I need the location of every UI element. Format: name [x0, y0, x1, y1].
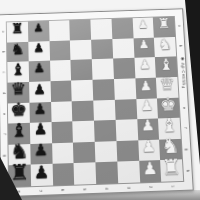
piece-black-bishop[interactable]: ♝ — [10, 121, 28, 140]
piece-black-pawn[interactable]: ♟ — [33, 62, 45, 75]
square-g3[interactable] — [116, 140, 138, 162]
square-d7[interactable]: ♟ — [29, 81, 51, 102]
square-d6[interactable] — [50, 80, 72, 101]
piece-white-rook[interactable]: ♜ — [157, 17, 170, 31]
piece-white-knight[interactable]: ♞ — [158, 37, 172, 52]
square-c3[interactable] — [113, 58, 135, 79]
piece-black-knight[interactable]: ♞ — [11, 42, 25, 57]
brand-mark: ◉ A4-CHESS — [180, 56, 187, 85]
square-g6[interactable] — [52, 142, 74, 164]
square-f3[interactable] — [115, 119, 137, 141]
rank-label: 5 — [82, 178, 89, 200]
piece-white-knight[interactable]: ♞ — [161, 136, 180, 157]
square-b6[interactable] — [49, 40, 71, 61]
board-frame: ♜♟♟♜♞♟♟♞♝♟♟♝♛♟♟♛♚♟♟♚♝♟♟♝♞♟♟♞♜♟♟♜ 8765432… — [0, 8, 194, 197]
square-a3[interactable] — [111, 18, 133, 39]
square-b2[interactable]: ♟ — [133, 37, 155, 58]
square-c6[interactable] — [50, 60, 72, 81]
piece-black-pawn[interactable]: ♟ — [34, 122, 48, 137]
piece-white-pawn[interactable]: ♟ — [138, 39, 149, 51]
square-e5[interactable] — [72, 100, 94, 121]
square-d3[interactable] — [114, 78, 136, 99]
square-e6[interactable] — [51, 101, 73, 122]
piece-white-king[interactable]: ♚ — [160, 96, 177, 114]
piece-white-bishop[interactable]: ♝ — [160, 116, 178, 135]
piece-black-pawn[interactable]: ♟ — [33, 102, 46, 116]
square-b7[interactable]: ♟ — [28, 41, 50, 62]
board-perspective-wrap: ♜♟♟♜♞♟♟♞♝♟♟♝♛♟♟♛♚♟♟♚♝♟♟♝♞♟♟♞♜♟♟♜ 8765432… — [0, 8, 194, 197]
piece-black-pawn[interactable]: ♟ — [33, 42, 44, 54]
piece-white-bishop[interactable]: ♝ — [158, 56, 173, 72]
brand-circle-logo: ◉ — [180, 56, 185, 61]
piece-white-pawn[interactable]: ♟ — [142, 160, 158, 177]
piece-white-rook[interactable]: ♜ — [161, 157, 181, 179]
square-a6[interactable] — [49, 20, 70, 41]
square-b5[interactable] — [70, 39, 92, 60]
piece-black-pawn[interactable]: ♟ — [34, 143, 49, 159]
square-c4[interactable] — [92, 59, 114, 80]
piece-black-rook[interactable]: ♜ — [11, 22, 24, 36]
piece-white-pawn[interactable]: ♟ — [141, 139, 156, 155]
square-f4[interactable] — [94, 120, 116, 142]
piece-white-pawn[interactable]: ♟ — [138, 19, 149, 30]
square-d4[interactable] — [93, 79, 115, 100]
square-a7[interactable]: ♟ — [28, 21, 49, 42]
rank-label: 2 — [148, 176, 155, 198]
square-c5[interactable] — [71, 59, 93, 80]
rank-label: 3 — [126, 177, 133, 199]
piece-white-pawn[interactable]: ♟ — [141, 119, 155, 134]
square-g4[interactable] — [95, 141, 117, 163]
rank-label: 4 — [104, 178, 111, 200]
rank-label: 6 — [60, 179, 67, 200]
piece-white-pawn[interactable]: ♟ — [139, 59, 151, 72]
piece-black-pawn[interactable]: ♟ — [33, 82, 46, 96]
piece-white-pawn[interactable]: ♟ — [140, 99, 154, 113]
square-f6[interactable] — [51, 121, 73, 143]
piece-black-king[interactable]: ♚ — [10, 101, 27, 119]
piece-black-knight[interactable]: ♞ — [10, 141, 29, 162]
square-a5[interactable] — [69, 20, 91, 41]
square-g5[interactable] — [73, 142, 95, 164]
piece-white-queen[interactable]: ♛ — [159, 76, 175, 93]
rank-label: 7 — [38, 180, 44, 200]
square-b3[interactable] — [112, 38, 134, 59]
square-c7[interactable]: ♟ — [28, 61, 50, 82]
file-label: b — [170, 43, 191, 49]
file-label: a — [169, 23, 190, 29]
square-a4[interactable] — [90, 19, 112, 40]
square-e4[interactable] — [93, 99, 115, 120]
piece-black-pawn[interactable]: ♟ — [33, 23, 43, 34]
square-e3[interactable] — [115, 99, 137, 120]
piece-white-pawn[interactable]: ♟ — [139, 78, 152, 92]
piece-black-pawn[interactable]: ♟ — [34, 164, 50, 181]
piece-black-queen[interactable]: ♛ — [10, 81, 26, 98]
square-a2[interactable]: ♟ — [132, 18, 154, 39]
board-grid: ♜♟♟♜♞♟♟♞♝♟♟♝♛♟♟♛♚♟♟♚♝♟♟♝♞♟♟♞♜♟♟♜ — [6, 16, 184, 188]
square-h1[interactable]: ♜ — [160, 160, 183, 182]
piece-black-bishop[interactable]: ♝ — [11, 61, 26, 77]
square-d2[interactable]: ♟ — [135, 78, 157, 99]
piece-black-rook[interactable]: ♜ — [10, 162, 30, 184]
square-c2[interactable]: ♟ — [134, 57, 156, 78]
square-d5[interactable] — [71, 80, 93, 101]
chessboard-photo: ♜♟♟♜♞♟♟♞♝♟♟♝♛♟♟♛♚♟♟♚♝♟♟♝♞♟♟♞♜♟♟♜ 8765432… — [0, 0, 200, 200]
square-b4[interactable] — [91, 39, 113, 60]
square-f5[interactable] — [73, 121, 95, 143]
